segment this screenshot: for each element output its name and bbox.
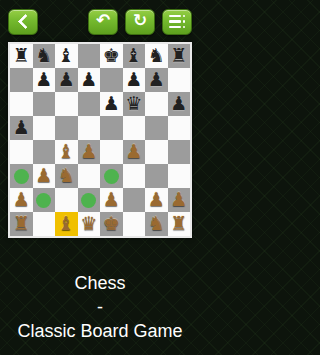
square-f5[interactable] [123, 116, 146, 140]
square-b4[interactable] [33, 140, 56, 164]
square-f2[interactable] [123, 188, 146, 212]
piece-white-pawn: ♟ [148, 190, 165, 209]
square-e4[interactable] [100, 140, 123, 164]
piece-black-pawn: ♟ [103, 94, 120, 113]
square-f7[interactable]: ♟ [123, 68, 146, 92]
piece-black-knight: ♞ [148, 46, 165, 65]
square-c7[interactable]: ♟ [55, 68, 78, 92]
square-f8[interactable]: ♝ [123, 44, 146, 68]
piece-black-pawn: ♟ [125, 70, 142, 89]
piece-white-king: ♚ [103, 214, 120, 233]
square-h6[interactable]: ♟ [168, 92, 191, 116]
square-h7[interactable] [168, 68, 191, 92]
square-d1[interactable]: ♛ [78, 212, 101, 236]
piece-white-pawn: ♟ [170, 190, 187, 209]
square-e3[interactable] [100, 164, 123, 188]
piece-white-pawn: ♟ [103, 190, 120, 209]
piece-white-pawn: ♟ [35, 166, 52, 185]
piece-black-queen: ♛ [125, 94, 142, 113]
menu-button[interactable] [162, 9, 192, 35]
piece-white-pawn: ♟ [13, 190, 30, 209]
square-c8[interactable]: ♝ [55, 44, 78, 68]
square-h3[interactable] [168, 164, 191, 188]
piece-black-pawn: ♟ [170, 94, 187, 113]
square-e8[interactable]: ♚ [100, 44, 123, 68]
square-c4[interactable]: ♝ [55, 140, 78, 164]
piece-white-bishop: ♝ [58, 142, 75, 161]
square-c5[interactable] [55, 116, 78, 140]
square-a1[interactable]: ♜ [10, 212, 33, 236]
square-f4[interactable]: ♟ [123, 140, 146, 164]
square-h2[interactable]: ♟ [168, 188, 191, 212]
square-g1[interactable]: ♞ [145, 212, 168, 236]
square-a8[interactable]: ♜ [10, 44, 33, 68]
square-e6[interactable]: ♟ [100, 92, 123, 116]
app-subtitle: Classic Board Game [0, 322, 200, 340]
square-b3[interactable]: ♟ [33, 164, 56, 188]
caption: Chess - Classic Board Game [0, 274, 200, 346]
square-b1[interactable] [33, 212, 56, 236]
piece-black-rook: ♜ [13, 46, 30, 65]
piece-black-pawn: ♟ [80, 70, 97, 89]
square-e5[interactable] [100, 116, 123, 140]
square-h5[interactable] [168, 116, 191, 140]
piece-white-bishop: ♝ [58, 214, 75, 233]
app-title: Chess [0, 274, 200, 292]
square-a7[interactable] [10, 68, 33, 92]
piece-black-rook: ♜ [170, 46, 187, 65]
square-b6[interactable] [33, 92, 56, 116]
square-c3[interactable]: ♞ [55, 164, 78, 188]
toolbar: ↶ ↻ [8, 8, 192, 35]
piece-black-bishop: ♝ [125, 46, 142, 65]
square-g6[interactable] [145, 92, 168, 116]
square-d6[interactable] [78, 92, 101, 116]
piece-white-knight: ♞ [148, 214, 165, 233]
square-d8[interactable] [78, 44, 101, 68]
square-b7[interactable]: ♟ [33, 68, 56, 92]
piece-white-knight: ♞ [58, 166, 75, 185]
piece-black-pawn: ♟ [58, 70, 75, 89]
square-a6[interactable] [10, 92, 33, 116]
undo-arrow-icon: ↶ [96, 12, 110, 29]
undo-button[interactable]: ↶ [88, 9, 118, 35]
piece-black-pawn: ♟ [13, 118, 30, 137]
square-a5[interactable]: ♟ [10, 116, 33, 140]
square-e2[interactable]: ♟ [100, 188, 123, 212]
square-a2[interactable]: ♟ [10, 188, 33, 212]
piece-white-queen: ♛ [80, 214, 97, 233]
square-g4[interactable] [145, 140, 168, 164]
square-h4[interactable] [168, 140, 191, 164]
square-h1[interactable]: ♜ [168, 212, 191, 236]
square-d5[interactable] [78, 116, 101, 140]
move-hint[interactable] [14, 169, 29, 184]
piece-black-king: ♚ [103, 46, 120, 65]
square-f6[interactable]: ♛ [123, 92, 146, 116]
square-b2[interactable] [33, 188, 56, 212]
square-d7[interactable]: ♟ [78, 68, 101, 92]
toolbar-right-group: ↶ ↻ [88, 9, 192, 35]
caption-separator: - [0, 298, 200, 316]
square-c2[interactable] [55, 188, 78, 212]
square-g3[interactable] [145, 164, 168, 188]
square-g7[interactable]: ♟ [145, 68, 168, 92]
square-e7[interactable] [100, 68, 123, 92]
move-hint[interactable] [36, 193, 51, 208]
square-h8[interactable]: ♜ [168, 44, 191, 68]
piece-black-knight: ♞ [35, 46, 52, 65]
move-hint[interactable] [81, 193, 96, 208]
square-g2[interactable]: ♟ [145, 188, 168, 212]
move-hint[interactable] [104, 169, 119, 184]
square-a4[interactable] [10, 140, 33, 164]
refresh-arrow-icon: ↻ [133, 12, 147, 29]
square-d2[interactable] [78, 188, 101, 212]
restart-button[interactable]: ↻ [125, 9, 155, 35]
piece-white-pawn: ♟ [125, 142, 142, 161]
square-c1[interactable]: ♝ [55, 212, 78, 236]
piece-black-pawn: ♟ [35, 70, 52, 89]
square-a3[interactable] [10, 164, 33, 188]
piece-white-rook: ♜ [170, 214, 187, 233]
menu-list-icon [169, 15, 186, 29]
square-f1[interactable] [123, 212, 146, 236]
back-button[interactable] [8, 9, 38, 35]
square-g5[interactable] [145, 116, 168, 140]
square-f3[interactable] [123, 164, 146, 188]
square-b5[interactable] [33, 116, 56, 140]
piece-white-rook: ♜ [13, 214, 30, 233]
chevron-left-icon [17, 14, 33, 30]
piece-black-bishop: ♝ [58, 46, 75, 65]
square-d3[interactable] [78, 164, 101, 188]
square-g8[interactable]: ♞ [145, 44, 168, 68]
chess-board: ♜♞♝♚♝♞♜♟♟♟♟♟♟♛♟♟♝♟♟♟♞♟♟♟♟♜♝♛♚♞♜ [8, 42, 192, 238]
square-c6[interactable] [55, 92, 78, 116]
square-b8[interactable]: ♞ [33, 44, 56, 68]
square-e1[interactable]: ♚ [100, 212, 123, 236]
piece-black-pawn: ♟ [148, 70, 165, 89]
square-d4[interactable]: ♟ [78, 140, 101, 164]
piece-white-pawn: ♟ [80, 142, 97, 161]
